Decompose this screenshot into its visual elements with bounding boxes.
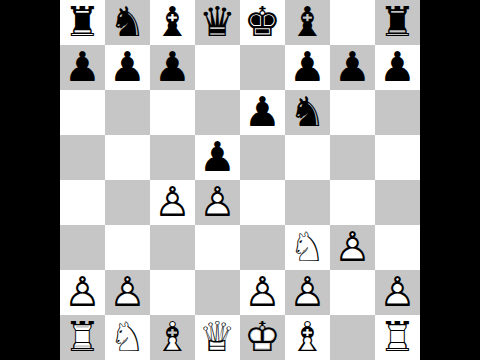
square-a6[interactable] [60, 90, 105, 135]
square-b8[interactable]: ♞ [105, 0, 150, 45]
square-a3[interactable] [60, 225, 105, 270]
square-a1[interactable]: ♜♖ [60, 315, 105, 360]
square-e5[interactable] [240, 135, 285, 180]
square-c5[interactable] [150, 135, 195, 180]
square-b2[interactable]: ♟♙ [105, 270, 150, 315]
piece-black-bishop: ♝ [285, 0, 330, 45]
square-g5[interactable] [330, 135, 375, 180]
square-d8[interactable]: ♛ [195, 0, 240, 45]
square-h5[interactable] [375, 135, 420, 180]
square-a5[interactable] [60, 135, 105, 180]
piece-white-pawn: ♟♙ [150, 180, 195, 225]
piece-white-pawn: ♟♙ [195, 180, 240, 225]
square-e1[interactable]: ♚♔ [240, 315, 285, 360]
square-g6[interactable] [330, 90, 375, 135]
square-b4[interactable] [105, 180, 150, 225]
chess-board: ♜♞♝♛♚♝♜♟♟♟♟♟♟♟♞♟♟♙♟♙♞♘♟♙♟♙♟♙♟♙♟♙♟♙♜♖♞♘♝♗… [60, 0, 420, 360]
square-h8[interactable]: ♜ [375, 0, 420, 45]
piece-white-bishop: ♝♗ [150, 315, 195, 360]
square-e2[interactable]: ♟♙ [240, 270, 285, 315]
square-a8[interactable]: ♜ [60, 0, 105, 45]
piece-black-knight: ♞ [285, 90, 330, 135]
square-e3[interactable] [240, 225, 285, 270]
square-h2[interactable]: ♟♙ [375, 270, 420, 315]
piece-black-pawn: ♟ [330, 45, 375, 90]
square-c6[interactable] [150, 90, 195, 135]
square-f6[interactable]: ♞ [285, 90, 330, 135]
square-c3[interactable] [150, 225, 195, 270]
piece-white-pawn: ♟♙ [105, 270, 150, 315]
square-e6[interactable]: ♟ [240, 90, 285, 135]
square-h7[interactable]: ♟ [375, 45, 420, 90]
square-b1[interactable]: ♞♘ [105, 315, 150, 360]
square-g3[interactable]: ♟♙ [330, 225, 375, 270]
square-b7[interactable]: ♟ [105, 45, 150, 90]
piece-white-pawn: ♟♙ [375, 270, 420, 315]
piece-black-rook: ♜ [60, 0, 105, 45]
piece-white-king: ♚♔ [240, 315, 285, 360]
square-c7[interactable]: ♟ [150, 45, 195, 90]
piece-black-pawn: ♟ [240, 90, 285, 135]
piece-white-knight: ♞♘ [105, 315, 150, 360]
square-f3[interactable]: ♞♘ [285, 225, 330, 270]
square-g1[interactable] [330, 315, 375, 360]
piece-white-rook: ♜♖ [60, 315, 105, 360]
square-b3[interactable] [105, 225, 150, 270]
square-g8[interactable] [330, 0, 375, 45]
square-e4[interactable] [240, 180, 285, 225]
piece-white-pawn: ♟♙ [285, 270, 330, 315]
piece-white-knight: ♞♘ [285, 225, 330, 270]
square-d2[interactable] [195, 270, 240, 315]
square-a7[interactable]: ♟ [60, 45, 105, 90]
square-f8[interactable]: ♝ [285, 0, 330, 45]
square-f1[interactable]: ♝♗ [285, 315, 330, 360]
square-f7[interactable]: ♟ [285, 45, 330, 90]
square-h6[interactable] [375, 90, 420, 135]
square-c8[interactable]: ♝ [150, 0, 195, 45]
square-d1[interactable]: ♛♕ [195, 315, 240, 360]
square-g2[interactable] [330, 270, 375, 315]
square-h1[interactable]: ♜♖ [375, 315, 420, 360]
square-f4[interactable] [285, 180, 330, 225]
square-d3[interactable] [195, 225, 240, 270]
square-b5[interactable] [105, 135, 150, 180]
square-a4[interactable] [60, 180, 105, 225]
square-g4[interactable] [330, 180, 375, 225]
square-h4[interactable] [375, 180, 420, 225]
square-c2[interactable] [150, 270, 195, 315]
piece-black-pawn: ♟ [375, 45, 420, 90]
square-d5[interactable]: ♟ [195, 135, 240, 180]
square-f2[interactable]: ♟♙ [285, 270, 330, 315]
piece-black-pawn: ♟ [195, 135, 240, 180]
square-d6[interactable] [195, 90, 240, 135]
piece-black-queen: ♛ [195, 0, 240, 45]
piece-black-bishop: ♝ [150, 0, 195, 45]
piece-black-king: ♚ [240, 0, 285, 45]
square-c1[interactable]: ♝♗ [150, 315, 195, 360]
square-d4[interactable]: ♟♙ [195, 180, 240, 225]
piece-black-knight: ♞ [105, 0, 150, 45]
square-b6[interactable] [105, 90, 150, 135]
square-e7[interactable] [240, 45, 285, 90]
square-f5[interactable] [285, 135, 330, 180]
square-e8[interactable]: ♚ [240, 0, 285, 45]
square-g7[interactable]: ♟ [330, 45, 375, 90]
piece-black-pawn: ♟ [105, 45, 150, 90]
piece-white-rook: ♜♖ [375, 315, 420, 360]
piece-black-pawn: ♟ [285, 45, 330, 90]
piece-white-queen: ♛♕ [195, 315, 240, 360]
square-d7[interactable] [195, 45, 240, 90]
piece-white-pawn: ♟♙ [240, 270, 285, 315]
piece-white-bishop: ♝♗ [285, 315, 330, 360]
piece-black-pawn: ♟ [60, 45, 105, 90]
screen: ♜♞♝♛♚♝♜♟♟♟♟♟♟♟♞♟♟♙♟♙♞♘♟♙♟♙♟♙♟♙♟♙♟♙♜♖♞♘♝♗… [0, 0, 480, 360]
square-c4[interactable]: ♟♙ [150, 180, 195, 225]
square-h3[interactable] [375, 225, 420, 270]
piece-black-pawn: ♟ [150, 45, 195, 90]
piece-black-rook: ♜ [375, 0, 420, 45]
piece-white-pawn: ♟♙ [330, 225, 375, 270]
piece-white-pawn: ♟♙ [60, 270, 105, 315]
square-a2[interactable]: ♟♙ [60, 270, 105, 315]
